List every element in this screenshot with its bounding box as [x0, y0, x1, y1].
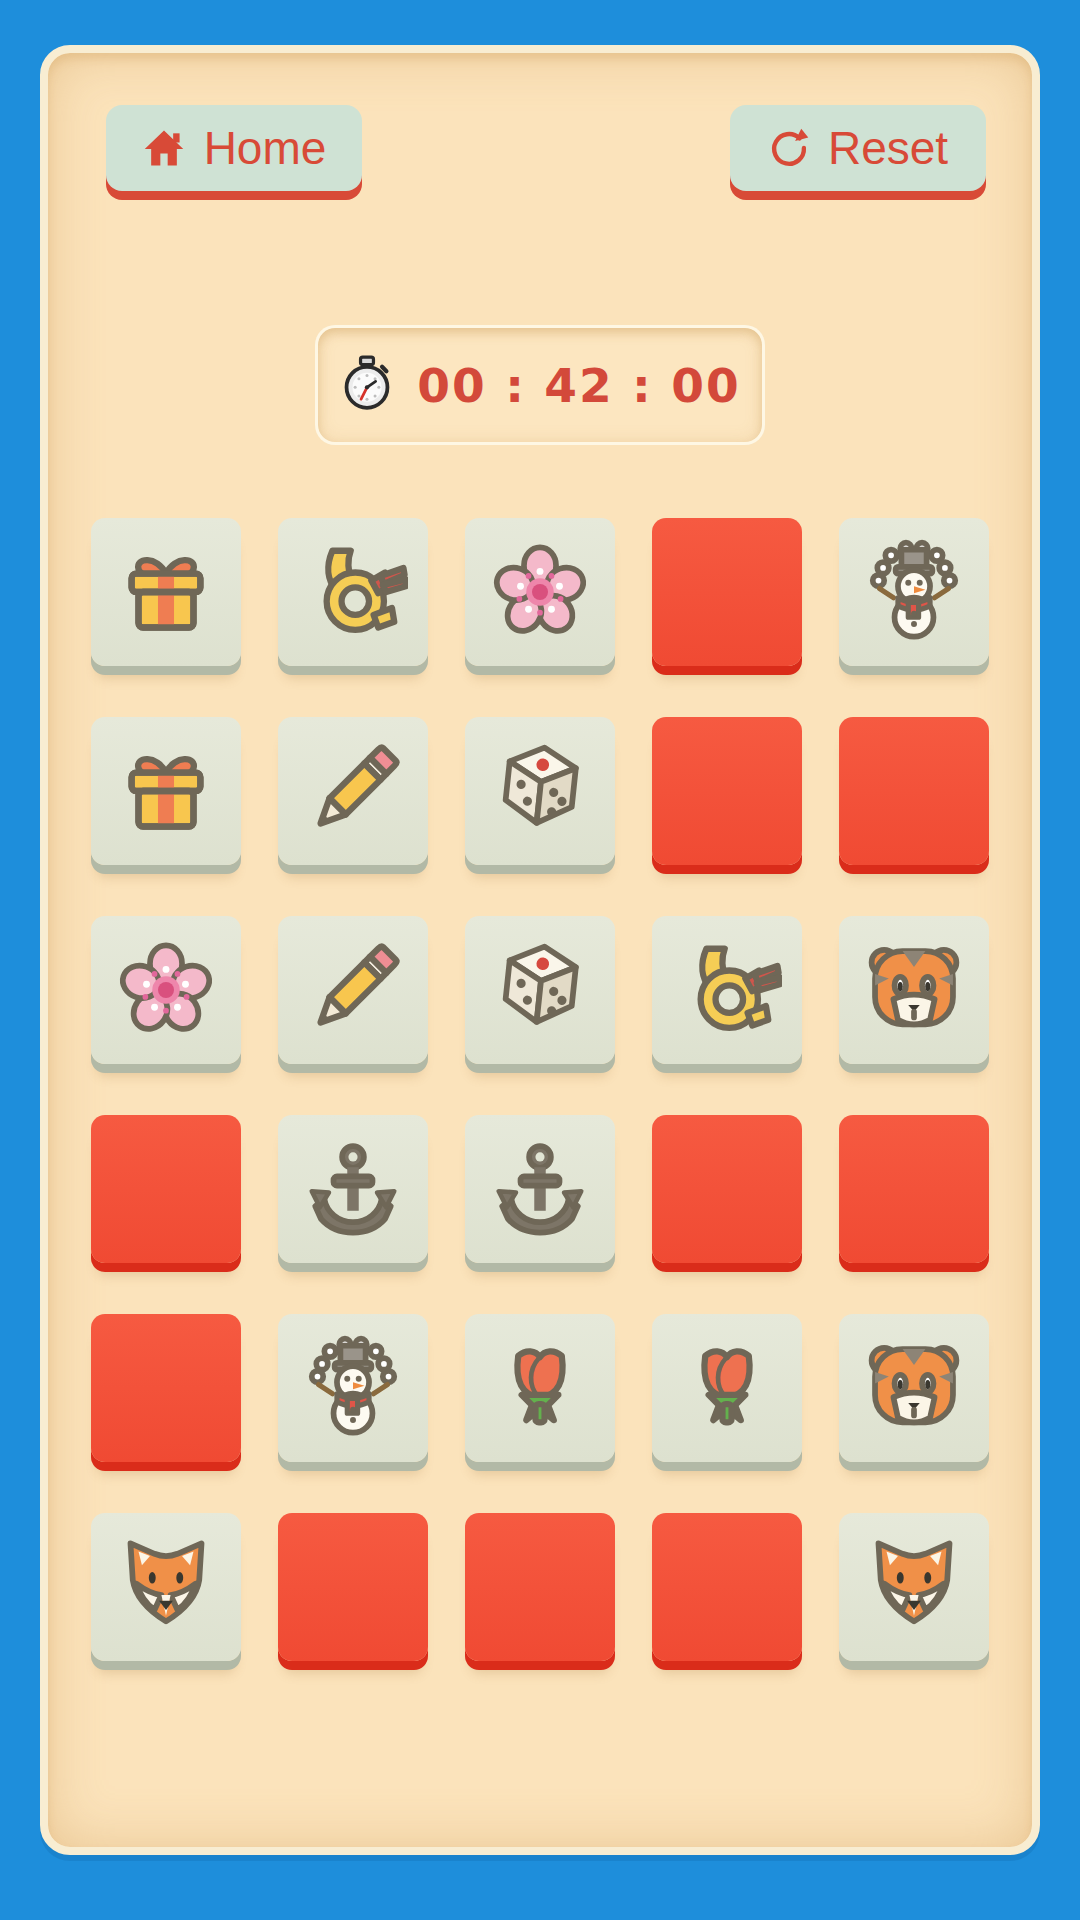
card-r2c5-hidden[interactable]: [839, 717, 989, 865]
cherry-blossom-icon: [485, 537, 595, 647]
card-r2c4-hidden[interactable]: [652, 717, 802, 865]
card-r6c4-hidden[interactable]: [652, 1513, 802, 1661]
card-r3c1-cherry-blossom[interactable]: [91, 916, 241, 1064]
card-r2c3-dice[interactable]: [465, 717, 615, 865]
card-r5c2-snowman[interactable]: [278, 1314, 428, 1462]
gift-icon: [111, 537, 221, 647]
card-r4c3-anchor[interactable]: [465, 1115, 615, 1263]
card-r4c5-hidden[interactable]: [839, 1115, 989, 1263]
card-r4c2-anchor[interactable]: [278, 1115, 428, 1263]
reset-button-label: Reset: [828, 121, 948, 175]
card-r1c4-hidden[interactable]: [652, 518, 802, 666]
card-r1c1-gift[interactable]: [91, 518, 241, 666]
home-button-label: Home: [204, 121, 327, 175]
gift-icon: [111, 736, 221, 846]
card-r6c1-fox[interactable]: [91, 1513, 241, 1661]
postal-horn-icon: [672, 935, 782, 1045]
home-button[interactable]: Home: [106, 105, 362, 191]
stopwatch-icon: [339, 355, 395, 415]
card-r5c3-rose[interactable]: [465, 1314, 615, 1462]
timer-value: 00 : 42 : 00: [417, 358, 740, 413]
game-panel: Home Reset 00 : 42 : 00: [40, 45, 1040, 1855]
anchor-icon: [485, 1134, 595, 1244]
card-r2c2-pencil[interactable]: [278, 717, 428, 865]
tiger-icon: [859, 935, 969, 1045]
card-r5c5-tiger[interactable]: [839, 1314, 989, 1462]
timer-display: 00 : 42 : 00: [315, 325, 765, 445]
rose-icon: [485, 1333, 595, 1443]
card-r6c3-hidden[interactable]: [465, 1513, 615, 1661]
card-r3c4-postal-horn[interactable]: [652, 916, 802, 1064]
dice-icon: [485, 935, 595, 1045]
card-r5c1-hidden[interactable]: [91, 1314, 241, 1462]
pencil-icon: [298, 736, 408, 846]
card-r1c3-cherry-blossom[interactable]: [465, 518, 615, 666]
card-r3c5-tiger[interactable]: [839, 916, 989, 1064]
anchor-icon: [298, 1134, 408, 1244]
cherry-blossom-icon: [111, 935, 221, 1045]
postal-horn-icon: [298, 537, 408, 647]
dice-icon: [485, 736, 595, 846]
fox-icon: [111, 1532, 221, 1642]
pencil-icon: [298, 935, 408, 1045]
card-r6c5-fox[interactable]: [839, 1513, 989, 1661]
snowman-icon: [298, 1333, 408, 1443]
card-r1c2-postal-horn[interactable]: [278, 518, 428, 666]
reset-button[interactable]: Reset: [730, 105, 986, 191]
card-r3c3-dice[interactable]: [465, 916, 615, 1064]
card-r2c1-gift[interactable]: [91, 717, 241, 865]
app-background: { "game": "memory-match", "header": { "h…: [0, 0, 1080, 1920]
card-r5c4-rose[interactable]: [652, 1314, 802, 1462]
card-r6c2-hidden[interactable]: [278, 1513, 428, 1661]
rose-icon: [672, 1333, 782, 1443]
home-icon: [142, 126, 186, 170]
card-r3c2-pencil[interactable]: [278, 916, 428, 1064]
fox-icon: [859, 1532, 969, 1642]
card-grid: [91, 518, 989, 1661]
reset-icon: [768, 127, 810, 169]
tiger-icon: [859, 1333, 969, 1443]
card-r4c4-hidden[interactable]: [652, 1115, 802, 1263]
card-r1c5-snowman[interactable]: [839, 518, 989, 666]
snowman-icon: [859, 537, 969, 647]
card-r4c1-hidden[interactable]: [91, 1115, 241, 1263]
